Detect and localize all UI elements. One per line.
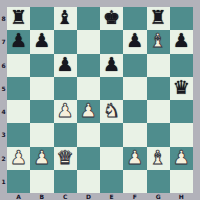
square-g5[interactable]: [147, 77, 170, 100]
square-e6[interactable]: ♟: [100, 54, 123, 77]
square-g4[interactable]: [147, 100, 170, 123]
square-d3[interactable]: [77, 123, 100, 146]
square-f1[interactable]: [123, 170, 146, 193]
black-rook[interactable]: ♜: [10, 8, 27, 27]
square-g6[interactable]: [147, 54, 170, 77]
file-label-d: D: [77, 193, 100, 200]
file-label-e: E: [100, 193, 123, 200]
square-d2[interactable]: [77, 147, 100, 170]
black-pawn[interactable]: ♟: [33, 31, 50, 50]
square-h2[interactable]: ♟: [170, 147, 193, 170]
square-a7[interactable]: ♟: [7, 30, 30, 53]
square-d5[interactable]: [77, 77, 100, 100]
square-g3[interactable]: [147, 123, 170, 146]
rank-label-5: 5: [0, 77, 7, 100]
square-c8[interactable]: ♝: [54, 7, 77, 30]
white-pawn[interactable]: ♟: [126, 148, 143, 167]
white-knight[interactable]: ♞: [103, 101, 120, 120]
square-e5[interactable]: [100, 77, 123, 100]
square-c2[interactable]: ♛: [54, 147, 77, 170]
black-rook[interactable]: ♜: [150, 8, 167, 27]
square-e4[interactable]: ♞: [100, 100, 123, 123]
square-h4[interactable]: [170, 100, 193, 123]
file-labels: ABCDEFGH: [7, 193, 193, 200]
square-h7[interactable]: ♟: [170, 30, 193, 53]
square-d4[interactable]: ♟: [77, 100, 100, 123]
file-label-g: G: [147, 193, 170, 200]
square-a4[interactable]: [7, 100, 30, 123]
square-c4[interactable]: ♟: [54, 100, 77, 123]
square-e7[interactable]: [100, 30, 123, 53]
square-f2[interactable]: ♟: [123, 147, 146, 170]
square-c6[interactable]: ♟: [54, 54, 77, 77]
square-b6[interactable]: [30, 54, 53, 77]
square-c5[interactable]: [54, 77, 77, 100]
square-a1[interactable]: [7, 170, 30, 193]
square-a6[interactable]: [7, 54, 30, 77]
file-label-h: H: [170, 193, 193, 200]
white-pawn[interactable]: ♟: [57, 101, 74, 120]
black-queen[interactable]: ♛: [173, 78, 190, 97]
white-pawn[interactable]: ♟: [173, 148, 190, 167]
square-c1[interactable]: [54, 170, 77, 193]
square-f8[interactable]: [123, 7, 146, 30]
white-pawn[interactable]: ♟: [10, 148, 27, 167]
square-h3[interactable]: [170, 123, 193, 146]
chess-board: ♜♝♚♜♟♟♟♝♟♟♟♛♟♟♞♟♟♛♟♝♟: [7, 7, 193, 193]
black-pawn[interactable]: ♟: [57, 55, 74, 74]
rank-label-3: 3: [0, 123, 7, 146]
square-b2[interactable]: ♟: [30, 147, 53, 170]
square-c7[interactable]: [54, 30, 77, 53]
rank-labels: 87654321: [0, 7, 7, 193]
square-f3[interactable]: [123, 123, 146, 146]
square-h6[interactable]: [170, 54, 193, 77]
square-f7[interactable]: ♟: [123, 30, 146, 53]
square-e8[interactable]: ♚: [100, 7, 123, 30]
white-bishop[interactable]: ♝: [150, 31, 167, 50]
square-b7[interactable]: ♟: [30, 30, 53, 53]
square-b3[interactable]: [30, 123, 53, 146]
square-d6[interactable]: [77, 54, 100, 77]
file-label-f: F: [123, 193, 146, 200]
square-a5[interactable]: [7, 77, 30, 100]
rank-label-2: 2: [0, 147, 7, 170]
square-a3[interactable]: [7, 123, 30, 146]
white-bishop[interactable]: ♝: [150, 148, 167, 167]
square-g8[interactable]: ♜: [147, 7, 170, 30]
black-king[interactable]: ♚: [103, 8, 120, 27]
black-pawn[interactable]: ♟: [103, 55, 120, 74]
square-b8[interactable]: [30, 7, 53, 30]
square-h8[interactable]: [170, 7, 193, 30]
rank-label-6: 6: [0, 54, 7, 77]
rank-label-4: 4: [0, 100, 7, 123]
square-f4[interactable]: [123, 100, 146, 123]
square-f5[interactable]: [123, 77, 146, 100]
chess-board-frame: 87654321 ♜♝♚♜♟♟♟♝♟♟♟♛♟♟♞♟♟♛♟♝♟ ABCDEFGH: [0, 0, 200, 200]
file-label-a: A: [7, 193, 30, 200]
square-d8[interactable]: [77, 7, 100, 30]
white-queen[interactable]: ♛: [57, 148, 74, 167]
square-e1[interactable]: [100, 170, 123, 193]
black-bishop[interactable]: ♝: [57, 8, 74, 27]
square-d7[interactable]: [77, 30, 100, 53]
rank-label-8: 8: [0, 7, 7, 30]
square-f6[interactable]: [123, 54, 146, 77]
square-d1[interactable]: [77, 170, 100, 193]
rank-label-7: 7: [0, 30, 7, 53]
black-pawn[interactable]: ♟: [126, 31, 143, 50]
square-e2[interactable]: [100, 147, 123, 170]
black-pawn[interactable]: ♟: [10, 31, 27, 50]
file-label-c: C: [54, 193, 77, 200]
file-label-b: B: [30, 193, 53, 200]
square-g7[interactable]: ♝: [147, 30, 170, 53]
square-g1[interactable]: [147, 170, 170, 193]
white-pawn[interactable]: ♟: [33, 148, 50, 167]
square-b5[interactable]: [30, 77, 53, 100]
square-b4[interactable]: [30, 100, 53, 123]
square-c3[interactable]: [54, 123, 77, 146]
white-pawn[interactable]: ♟: [80, 101, 97, 120]
black-pawn[interactable]: ♟: [173, 31, 190, 50]
square-e3[interactable]: [100, 123, 123, 146]
square-h1[interactable]: [170, 170, 193, 193]
square-a2[interactable]: ♟: [7, 147, 30, 170]
rank-label-1: 1: [0, 170, 7, 193]
square-h5[interactable]: ♛: [170, 77, 193, 100]
square-g2[interactable]: ♝: [147, 147, 170, 170]
square-a8[interactable]: ♜: [7, 7, 30, 30]
square-b1[interactable]: [30, 170, 53, 193]
